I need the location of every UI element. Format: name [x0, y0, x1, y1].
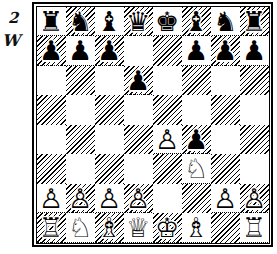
square-a1: ♖	[37, 213, 66, 243]
piece-white-bishop-c1: ♗	[95, 213, 124, 243]
square-h1: ♖	[240, 213, 269, 243]
square-b1: ♘	[66, 213, 95, 243]
square-a6	[37, 66, 66, 96]
square-e3	[153, 154, 182, 184]
square-d6: ♟	[124, 66, 153, 96]
square-g7: ♟	[211, 36, 240, 66]
square-d3	[124, 154, 153, 184]
piece-black-pawn-b7: ♟	[66, 36, 95, 66]
square-h4	[240, 125, 269, 155]
square-d4	[124, 125, 153, 155]
square-g5	[211, 95, 240, 125]
square-a5	[37, 95, 66, 125]
margin-labels: 2 W	[0, 0, 32, 60]
piece-white-knight-f3: ♘	[182, 154, 211, 184]
piece-white-queen-d1: ♕	[124, 213, 153, 243]
square-d8: ♛	[124, 7, 153, 37]
piece-black-bishop-f8: ♝	[182, 7, 211, 37]
square-e7	[153, 36, 182, 66]
square-a3	[37, 154, 66, 184]
piece-black-bishop-c8: ♝	[95, 7, 124, 37]
piece-white-rook-a1: ♖	[37, 213, 66, 243]
square-h6	[240, 66, 269, 96]
piece-black-rook-a8: ♜	[37, 7, 66, 37]
square-f7: ♟	[182, 36, 211, 66]
chess-board-inner-border: ♜♞♝♛♚♝♞♜♟♟♟♟♟♟♟♙♟♘♙♙♙♙♙♙♖♘♗♕♔♗♖	[36, 6, 270, 244]
square-f3: ♘	[182, 154, 211, 184]
square-e8: ♚	[153, 7, 182, 37]
square-f6	[182, 66, 211, 96]
square-c8: ♝	[95, 7, 124, 37]
piece-black-knight-b8: ♞	[66, 7, 95, 37]
square-g1	[211, 213, 240, 243]
square-a7: ♟	[37, 36, 66, 66]
square-f1: ♗	[182, 213, 211, 243]
piece-black-pawn-h7: ♟	[240, 36, 269, 66]
piece-black-knight-g8: ♞	[211, 7, 240, 37]
square-h8: ♜	[240, 7, 269, 37]
piece-white-bishop-f1: ♗	[182, 213, 211, 243]
piece-black-pawn-f7: ♟	[182, 36, 211, 66]
square-c3	[95, 154, 124, 184]
square-f4: ♟	[182, 125, 211, 155]
square-h7: ♟	[240, 36, 269, 66]
piece-white-rook-h1: ♖	[240, 213, 269, 243]
square-a4	[37, 125, 66, 155]
chess-board-frame: ♜♞♝♛♚♝♞♜♟♟♟♟♟♟♟♙♟♘♙♙♙♙♙♙♖♘♗♕♔♗♖	[32, 2, 273, 247]
square-d2: ♙	[124, 184, 153, 214]
square-g2: ♙	[211, 184, 240, 214]
piece-black-pawn-f4: ♟	[182, 125, 211, 155]
square-a2: ♙	[37, 184, 66, 214]
square-b2: ♙	[66, 184, 95, 214]
square-e4: ♙	[153, 125, 182, 155]
square-g4	[211, 125, 240, 155]
square-e1: ♔	[153, 213, 182, 243]
piece-white-pawn-b2: ♙	[66, 184, 95, 214]
piece-black-rook-h8: ♜	[240, 7, 269, 37]
piece-black-queen-d8: ♛	[124, 7, 153, 37]
side-to-move-indicator: W	[2, 31, 20, 50]
square-g6	[211, 66, 240, 96]
square-c1: ♗	[95, 213, 124, 243]
square-b6	[66, 66, 95, 96]
square-f5	[182, 95, 211, 125]
square-h2: ♙	[240, 184, 269, 214]
square-d7	[124, 36, 153, 66]
square-a8: ♜	[37, 7, 66, 37]
square-f2	[182, 184, 211, 214]
piece-black-pawn-d6: ♟	[124, 66, 153, 96]
piece-white-pawn-e4: ♙	[153, 125, 182, 155]
piece-white-knight-b1: ♘	[66, 213, 95, 243]
square-g3	[211, 154, 240, 184]
square-c7: ♟	[95, 36, 124, 66]
square-g8: ♞	[211, 7, 240, 37]
square-d1: ♕	[124, 213, 153, 243]
square-d5	[124, 95, 153, 125]
piece-white-pawn-c2: ♙	[95, 184, 124, 214]
piece-black-pawn-c7: ♟	[95, 36, 124, 66]
piece-white-pawn-a2: ♙	[37, 184, 66, 214]
square-f8: ♝	[182, 7, 211, 37]
square-e6	[153, 66, 182, 96]
square-b8: ♞	[66, 7, 95, 37]
square-b7: ♟	[66, 36, 95, 66]
piece-white-pawn-g2: ♙	[211, 184, 240, 214]
square-c2: ♙	[95, 184, 124, 214]
piece-white-pawn-h2: ♙	[240, 184, 269, 214]
diagram-number: 2	[8, 9, 18, 27]
piece-black-king-e8: ♚	[153, 7, 182, 37]
square-b5	[66, 95, 95, 125]
square-c4	[95, 125, 124, 155]
chess-board: ♜♞♝♛♚♝♞♜♟♟♟♟♟♟♟♙♟♘♙♙♙♙♙♙♖♘♗♕♔♗♖	[37, 7, 269, 243]
piece-white-king-e1: ♔	[153, 213, 182, 243]
square-c6	[95, 66, 124, 96]
piece-black-pawn-g7: ♟	[211, 36, 240, 66]
square-e5	[153, 95, 182, 125]
piece-white-pawn-d2: ♙	[124, 184, 153, 214]
square-h5	[240, 95, 269, 125]
square-h3	[240, 154, 269, 184]
square-c5	[95, 95, 124, 125]
square-b4	[66, 125, 95, 155]
piece-black-pawn-a7: ♟	[37, 36, 66, 66]
square-e2	[153, 184, 182, 214]
square-b3	[66, 154, 95, 184]
